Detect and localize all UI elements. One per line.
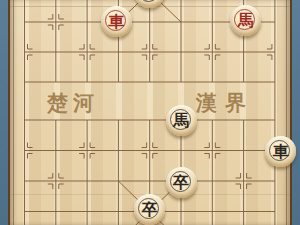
piece-red-chariot[interactable]: 車 xyxy=(101,6,132,37)
piece-glyph: 馬 xyxy=(238,5,254,36)
piece-black-soldier-a[interactable]: 卒 xyxy=(166,167,197,198)
piece-glyph: 車 xyxy=(273,136,289,167)
xiangqi-app-screen: 楚河 漢界 將車馬馬車卒卒 xyxy=(0,0,300,225)
piece-black-horse[interactable]: 馬 xyxy=(166,105,197,136)
piece-glyph: 馬 xyxy=(173,105,189,136)
piece-red-horse[interactable]: 馬 xyxy=(230,5,261,36)
river-label-chu-he: 楚河 xyxy=(47,91,99,115)
piece-glyph: 卒 xyxy=(173,167,189,198)
piece-glyph: 卒 xyxy=(142,194,158,225)
piece-black-soldier-b[interactable]: 卒 xyxy=(134,194,165,225)
piece-glyph: 將 xyxy=(142,0,158,8)
piece-glyph: 車 xyxy=(108,6,124,37)
river-label-han-jie: 漢界 xyxy=(196,91,254,115)
